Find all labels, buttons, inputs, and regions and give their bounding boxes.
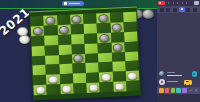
board-cell[interactable]	[32, 55, 46, 65]
board-cell[interactable]	[126, 71, 140, 81]
chat-input-bar[interactable]	[157, 94, 200, 102]
gray-checker-piece[interactable]	[45, 16, 55, 24]
white-checker-piece[interactable]	[48, 75, 58, 83]
board-cell[interactable]	[73, 83, 87, 93]
board-cell[interactable]	[111, 42, 125, 52]
gray-checker-piece[interactable]	[112, 23, 122, 31]
gray-checker-piece[interactable]	[99, 34, 109, 42]
chat-message	[167, 81, 178, 83]
board-cell[interactable]	[98, 42, 112, 52]
board-cell[interactable]	[58, 34, 72, 44]
teal-circle-icon[interactable]	[192, 71, 198, 77]
board-cell[interactable]	[86, 73, 100, 83]
car-emoji	[184, 80, 192, 85]
emoji-button[interactable]	[182, 88, 187, 93]
gray-checker-piece[interactable]	[72, 15, 82, 23]
chat-message	[167, 75, 182, 77]
board-cell[interactable]	[111, 32, 125, 42]
board-cell[interactable]	[124, 41, 138, 51]
board-cell[interactable]	[59, 64, 73, 74]
board-cell[interactable]	[45, 55, 59, 65]
board-cell[interactable]	[46, 65, 60, 75]
panel-tab-icon[interactable]	[193, 8, 197, 12]
board-cell[interactable]	[113, 81, 127, 91]
board-cell[interactable]	[96, 13, 110, 23]
board-cell[interactable]	[73, 73, 87, 83]
board-cell[interactable]	[84, 33, 98, 43]
title-bar-tick-icon	[186, 2, 187, 5]
white-checker-piece[interactable]	[88, 84, 98, 92]
board-cell[interactable]	[110, 12, 124, 22]
board-cell[interactable]	[30, 16, 44, 26]
board-cell[interactable]	[99, 72, 113, 82]
board-cell[interactable]	[111, 52, 125, 62]
board-cell[interactable]	[71, 44, 85, 54]
gray-checker-piece[interactable]	[98, 14, 108, 22]
board-cell[interactable]	[86, 82, 100, 92]
board-cell[interactable]	[112, 62, 126, 72]
board-cell[interactable]	[43, 15, 57, 25]
gray-checker-piece[interactable]	[32, 27, 42, 35]
board-cell[interactable]	[33, 85, 47, 95]
emoji-button[interactable]	[159, 88, 164, 93]
board-cell[interactable]	[33, 75, 47, 85]
board-cell[interactable]	[45, 45, 59, 55]
board-cell[interactable]	[31, 36, 45, 46]
emoji-action-button[interactable]: ✓	[189, 87, 193, 93]
board-cell[interactable]	[71, 34, 85, 44]
top-bar-button-label	[69, 3, 80, 5]
board-cell[interactable]	[110, 22, 124, 32]
title-bar-tick-icon	[177, 2, 178, 5]
panel-tab-icon[interactable]	[166, 8, 170, 12]
board-cell[interactable]	[46, 74, 60, 84]
board-cell[interactable]	[44, 25, 58, 35]
chat-username	[167, 72, 175, 74]
board-cell[interactable]	[57, 25, 71, 35]
top-bar-button[interactable]	[62, 1, 84, 6]
board-cell[interactable]	[126, 81, 140, 91]
board-cell[interactable]	[97, 33, 111, 43]
board-cell[interactable]	[124, 31, 138, 41]
white-checker-piece[interactable]	[114, 82, 124, 90]
board-cell[interactable]	[70, 14, 84, 24]
board-cell[interactable]	[85, 53, 99, 63]
board-cell[interactable]	[100, 82, 114, 92]
gray-checker-piece[interactable]	[73, 55, 83, 63]
board-cell[interactable]	[98, 52, 112, 62]
board-cell[interactable]	[44, 35, 58, 45]
board-cell[interactable]	[58, 44, 72, 54]
board-cell[interactable]	[99, 62, 113, 72]
board-cell[interactable]	[112, 71, 126, 81]
panel-tab-icon[interactable]	[186, 8, 190, 12]
white-checker-piece[interactable]	[101, 73, 111, 81]
emoji-button[interactable]	[165, 88, 170, 93]
title-bar-tick-icon	[173, 2, 174, 5]
board-cell[interactable]	[72, 54, 86, 64]
panel-tab-icon[interactable]	[173, 8, 177, 12]
panel-tab-icon-selected[interactable]	[179, 7, 185, 13]
side-panel: ✓✕	[157, 0, 200, 102]
white-checker-piece[interactable]	[62, 85, 72, 93]
board-cell[interactable]	[123, 22, 137, 32]
board-cell[interactable]	[31, 26, 45, 36]
board-cell[interactable]	[84, 23, 98, 33]
checkers-board[interactable]	[30, 12, 139, 96]
board-cell[interactable]	[57, 15, 71, 25]
white-checker-piece[interactable]	[35, 86, 45, 94]
board-cell[interactable]	[125, 51, 139, 61]
board-cell[interactable]	[85, 63, 99, 73]
board-cell[interactable]	[85, 43, 99, 53]
panel-tab-icon[interactable]	[160, 8, 164, 12]
captured-white-piece	[19, 35, 30, 44]
board-cell[interactable]	[32, 45, 46, 55]
board-cell[interactable]	[72, 63, 86, 73]
avatar	[159, 71, 165, 77]
avatar	[159, 79, 165, 85]
emoji-action-button[interactable]: ✕	[194, 87, 198, 93]
gray-checker-piece[interactable]	[113, 43, 123, 51]
window-control-icon[interactable]	[194, 1, 199, 5]
board-cell[interactable]	[70, 24, 84, 34]
title-bar-tick-icon	[182, 2, 183, 5]
emoji-button[interactable]	[171, 88, 176, 93]
record-badge-icon[interactable]	[158, 1, 165, 5]
download-icon	[64, 2, 67, 5]
game-screen: 2021 ✓✕	[0, 0, 200, 102]
captured-gray-piece	[142, 9, 154, 19]
emoji-button[interactable]	[176, 88, 181, 93]
board-cell[interactable]	[123, 12, 137, 22]
board-cell[interactable]	[59, 54, 73, 64]
white-checker-piece[interactable]	[127, 72, 137, 80]
gray-checker-piece[interactable]	[59, 26, 69, 34]
board-cell[interactable]	[125, 61, 139, 71]
checkers-board-frame	[29, 7, 141, 101]
board-cell[interactable]	[83, 13, 97, 23]
board-cell[interactable]	[60, 84, 74, 94]
board-cell[interactable]	[97, 23, 111, 33]
board-cell[interactable]	[59, 74, 73, 84]
board-cell[interactable]	[33, 65, 47, 75]
board-cell[interactable]	[47, 84, 61, 94]
title-bar-tick-icon	[168, 2, 169, 5]
